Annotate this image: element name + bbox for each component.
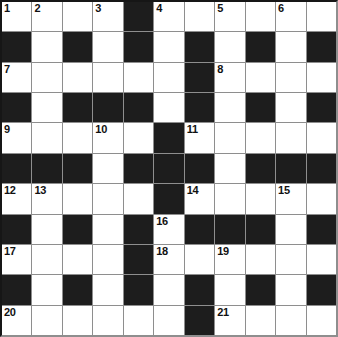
white-cell-r3c9[interactable] — [276, 93, 305, 122]
white-cell-r9c5[interactable] — [154, 275, 183, 304]
clue-number: 15 — [278, 184, 290, 196]
white-cell-r4c2[interactable] — [63, 123, 92, 152]
clue-number: 19 — [217, 245, 229, 257]
white-cell-r6c10[interactable] — [307, 184, 336, 213]
clue-number: 14 — [187, 184, 199, 196]
white-cell-r0c0[interactable]: 1 — [2, 2, 31, 31]
black-cell-r0c4 — [124, 2, 153, 31]
black-cell-r7c2 — [63, 215, 92, 244]
white-cell-r8c7[interactable]: 19 — [215, 245, 244, 274]
white-cell-r0c1[interactable]: 2 — [32, 2, 61, 31]
black-cell-r1c8 — [246, 32, 275, 61]
black-cell-r9c4 — [124, 275, 153, 304]
black-cell-r7c4 — [124, 215, 153, 244]
white-cell-r2c4[interactable] — [124, 63, 153, 92]
white-cell-r4c0[interactable]: 9 — [2, 123, 31, 152]
clue-number: 9 — [4, 123, 10, 135]
black-cell-r5c5 — [154, 154, 183, 183]
white-cell-r10c10[interactable] — [307, 306, 336, 335]
black-cell-r5c9 — [276, 154, 305, 183]
white-cell-r10c2[interactable] — [63, 306, 92, 335]
black-cell-r3c0 — [2, 93, 31, 122]
white-cell-r7c9[interactable] — [276, 215, 305, 244]
white-cell-r1c5[interactable] — [154, 32, 183, 61]
white-cell-r1c1[interactable] — [32, 32, 61, 61]
clue-number: 20 — [4, 306, 16, 318]
white-cell-r2c9[interactable] — [276, 63, 305, 92]
white-cell-r6c6[interactable]: 14 — [185, 184, 214, 213]
black-cell-r5c6 — [185, 154, 214, 183]
white-cell-r8c0[interactable]: 17 — [2, 245, 31, 274]
black-cell-r9c0 — [2, 275, 31, 304]
black-cell-r3c2 — [63, 93, 92, 122]
black-cell-r2c6 — [185, 63, 214, 92]
white-cell-r1c9[interactable] — [276, 32, 305, 61]
clue-number: 18 — [156, 245, 168, 257]
white-cell-r2c5[interactable] — [154, 63, 183, 92]
black-cell-r9c2 — [63, 275, 92, 304]
white-cell-r3c7[interactable] — [215, 93, 244, 122]
white-cell-r8c1[interactable] — [32, 245, 61, 274]
white-cell-r0c9[interactable]: 6 — [276, 2, 305, 31]
black-cell-r1c10 — [307, 32, 336, 61]
black-cell-r1c0 — [2, 32, 31, 61]
white-cell-r4c6[interactable]: 11 — [185, 123, 214, 152]
white-cell-r6c7[interactable] — [215, 184, 244, 213]
white-cell-r10c1[interactable] — [32, 306, 61, 335]
clue-number: 17 — [4, 245, 16, 257]
clue-number: 21 — [217, 306, 229, 318]
black-cell-r3c8 — [246, 93, 275, 122]
black-cell-r7c6 — [185, 215, 214, 244]
black-cell-r7c10 — [307, 215, 336, 244]
crossword-puzzle: 123456789101112131415161718192021 — [0, 0, 338, 337]
white-cell-r9c7[interactable] — [215, 275, 244, 304]
white-cell-r4c1[interactable] — [32, 123, 61, 152]
white-cell-r8c6[interactable] — [185, 245, 214, 274]
black-cell-r3c6 — [185, 93, 214, 122]
black-cell-r5c10 — [307, 154, 336, 183]
black-cell-r5c1 — [32, 154, 61, 183]
black-cell-r3c4 — [124, 93, 153, 122]
black-cell-r7c8 — [246, 215, 275, 244]
clue-number: 11 — [187, 123, 198, 135]
black-cell-r8c4 — [124, 245, 153, 274]
white-cell-r6c1[interactable]: 13 — [32, 184, 61, 213]
clue-number: 10 — [95, 123, 107, 135]
white-cell-r4c4[interactable] — [124, 123, 153, 152]
black-cell-r1c4 — [124, 32, 153, 61]
white-cell-r2c2[interactable] — [63, 63, 92, 92]
white-cell-r8c5[interactable]: 18 — [154, 245, 183, 274]
white-cell-r2c8[interactable] — [246, 63, 275, 92]
white-cell-r2c10[interactable] — [307, 63, 336, 92]
white-cell-r6c8[interactable] — [246, 184, 275, 213]
black-cell-r5c2 — [63, 154, 92, 183]
white-cell-r8c9[interactable] — [276, 245, 305, 274]
black-cell-r1c2 — [63, 32, 92, 61]
clue-number: 13 — [34, 184, 46, 196]
white-cell-r4c8[interactable] — [246, 123, 275, 152]
black-cell-r5c0 — [2, 154, 31, 183]
white-cell-r3c5[interactable] — [154, 93, 183, 122]
clue-number: 5 — [217, 2, 223, 14]
clue-number: 2 — [34, 2, 40, 14]
white-cell-r6c3[interactable] — [93, 184, 122, 213]
white-cell-r8c2[interactable] — [63, 245, 92, 274]
white-cell-r2c0[interactable]: 7 — [2, 63, 31, 92]
white-cell-r3c1[interactable] — [32, 93, 61, 122]
clue-number: 7 — [4, 63, 10, 75]
white-cell-r5c3[interactable] — [93, 154, 122, 183]
white-cell-r10c4[interactable] — [124, 306, 153, 335]
white-cell-r4c9[interactable] — [276, 123, 305, 152]
white-cell-r9c9[interactable] — [276, 275, 305, 304]
white-cell-r9c3[interactable] — [93, 275, 122, 304]
white-cell-r4c3[interactable]: 10 — [93, 123, 122, 152]
white-cell-r5c7[interactable] — [215, 154, 244, 183]
white-cell-r10c7[interactable]: 21 — [215, 306, 244, 335]
white-cell-r0c2[interactable] — [63, 2, 92, 31]
black-cell-r4c5 — [154, 123, 183, 152]
black-cell-r9c10 — [307, 275, 336, 304]
clue-number: 8 — [217, 63, 223, 75]
black-cell-r3c10 — [307, 93, 336, 122]
white-cell-r10c3[interactable] — [93, 306, 122, 335]
black-cell-r3c3 — [93, 93, 122, 122]
white-cell-r0c3[interactable]: 3 — [93, 2, 122, 31]
clue-number: 16 — [156, 215, 168, 227]
white-cell-r4c7[interactable] — [215, 123, 244, 152]
white-cell-r6c2[interactable] — [63, 184, 92, 213]
black-cell-r1c6 — [185, 32, 214, 61]
black-cell-r5c8 — [246, 154, 275, 183]
white-cell-r8c8[interactable] — [246, 245, 275, 274]
white-cell-r7c5[interactable]: 16 — [154, 215, 183, 244]
black-cell-r10c6 — [185, 306, 214, 335]
clue-number: 4 — [156, 2, 162, 14]
white-cell-r2c7[interactable]: 8 — [215, 63, 244, 92]
white-cell-r6c9[interactable]: 15 — [276, 184, 305, 213]
white-cell-r10c5[interactable] — [154, 306, 183, 335]
white-cell-r0c6[interactable] — [185, 2, 214, 31]
white-cell-r2c1[interactable] — [32, 63, 61, 92]
clue-number: 6 — [278, 2, 284, 14]
white-cell-r10c0[interactable]: 20 — [2, 306, 31, 335]
white-cell-r2c3[interactable] — [93, 63, 122, 92]
black-cell-r6c5 — [154, 184, 183, 213]
white-cell-r10c8[interactable] — [246, 306, 275, 335]
white-cell-r1c3[interactable] — [93, 32, 122, 61]
white-cell-r9c1[interactable] — [32, 275, 61, 304]
black-cell-r5c4 — [124, 154, 153, 183]
white-cell-r6c4[interactable] — [124, 184, 153, 213]
white-cell-r0c10[interactable] — [307, 2, 336, 31]
white-cell-r10c9[interactable] — [276, 306, 305, 335]
white-cell-r0c5[interactable]: 4 — [154, 2, 183, 31]
white-cell-r7c3[interactable] — [93, 215, 122, 244]
clue-number: 1 — [4, 2, 10, 14]
white-cell-r6c0[interactable]: 12 — [2, 184, 31, 213]
black-cell-r9c6 — [185, 275, 214, 304]
white-cell-r1c7[interactable] — [215, 32, 244, 61]
black-cell-r7c0 — [2, 215, 31, 244]
clue-number: 3 — [95, 2, 101, 14]
black-cell-r7c7 — [215, 215, 244, 244]
white-cell-r4c10[interactable] — [307, 123, 336, 152]
clue-number: 12 — [4, 184, 16, 196]
white-cell-r7c1[interactable] — [32, 215, 61, 244]
black-cell-r9c8 — [246, 275, 275, 304]
white-cell-r0c8[interactable] — [246, 2, 275, 31]
white-cell-r8c10[interactable] — [307, 245, 336, 274]
white-cell-r0c7[interactable]: 5 — [215, 2, 244, 31]
white-cell-r8c3[interactable] — [93, 245, 122, 274]
crossword-grid: 123456789101112131415161718192021 — [0, 0, 338, 337]
